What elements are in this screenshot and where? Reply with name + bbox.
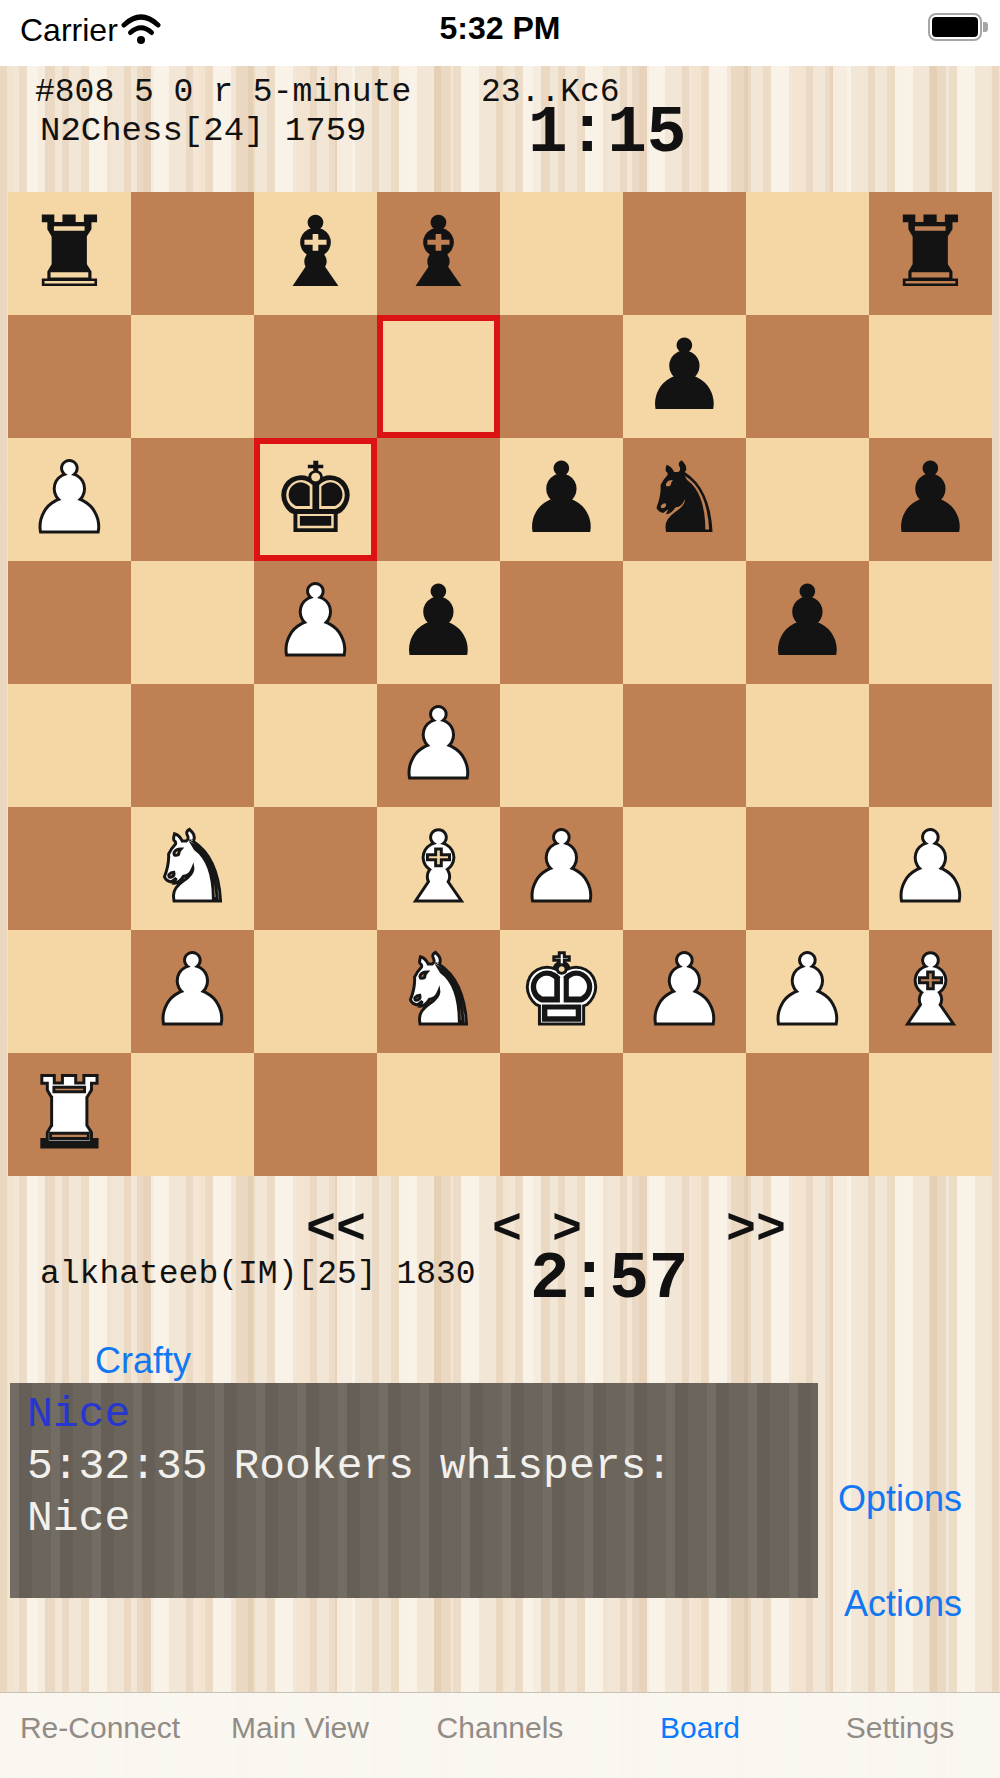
- square-g3[interactable]: [746, 807, 869, 930]
- square-e3[interactable]: ♟: [500, 807, 623, 930]
- white-bishop-d3: ♝: [377, 807, 500, 927]
- battery-fill: [932, 17, 978, 37]
- square-h3[interactable]: ♟: [869, 807, 992, 930]
- white-pawn-f2: ♟: [623, 930, 746, 1050]
- square-b5[interactable]: [131, 561, 254, 684]
- square-g8[interactable]: [746, 192, 869, 315]
- square-a5[interactable]: [8, 561, 131, 684]
- square-d7[interactable]: [377, 315, 500, 438]
- square-g5[interactable]: ♟: [746, 561, 869, 684]
- square-f4[interactable]: [623, 684, 746, 807]
- options-link[interactable]: Options: [740, 1478, 962, 1520]
- square-d1[interactable]: [377, 1053, 500, 1176]
- square-b8[interactable]: [131, 192, 254, 315]
- square-f7[interactable]: ♟: [623, 315, 746, 438]
- engine-link[interactable]: Crafty: [95, 1340, 191, 1382]
- square-e4[interactable]: [500, 684, 623, 807]
- square-c8[interactable]: ♝: [254, 192, 377, 315]
- square-c5[interactable]: ♟: [254, 561, 377, 684]
- square-f3[interactable]: [623, 807, 746, 930]
- square-c6[interactable]: ♚: [254, 438, 377, 561]
- square-g1[interactable]: [746, 1053, 869, 1176]
- white-bishop-h2: ♝: [869, 930, 992, 1050]
- square-b6[interactable]: [131, 438, 254, 561]
- white-pawn-e3: ♟: [500, 807, 623, 927]
- square-h2[interactable]: ♝: [869, 930, 992, 1053]
- tab-main-view[interactable]: Main View: [200, 1693, 400, 1778]
- black-pawn-e6: ♟: [500, 438, 623, 558]
- tab-channels[interactable]: Channels: [400, 1693, 600, 1778]
- square-c4[interactable]: [254, 684, 377, 807]
- black-rook-h8: ♜: [869, 192, 992, 312]
- square-b7[interactable]: [131, 315, 254, 438]
- console-line-2: 5:32:35 Rookers whispers:: [27, 1441, 818, 1493]
- white-king-e2: ♚: [500, 930, 623, 1050]
- square-a2[interactable]: [8, 930, 131, 1053]
- carrier-label: Carrier: [20, 12, 118, 49]
- black-bishop-d8: ♝: [377, 192, 500, 312]
- square-a6[interactable]: ♟: [8, 438, 131, 561]
- square-h8[interactable]: ♜: [869, 192, 992, 315]
- square-f1[interactable]: [623, 1053, 746, 1176]
- square-e1[interactable]: [500, 1053, 623, 1176]
- player-name-rating: alkhateeb(IM)[25] 1830: [40, 1256, 476, 1293]
- square-g4[interactable]: [746, 684, 869, 807]
- square-d3[interactable]: ♝: [377, 807, 500, 930]
- square-b2[interactable]: ♟: [131, 930, 254, 1053]
- square-a1[interactable]: ♜: [8, 1053, 131, 1176]
- wifi-icon: [120, 13, 162, 45]
- square-h5[interactable]: [869, 561, 992, 684]
- square-c7[interactable]: [254, 315, 377, 438]
- nav-first-button[interactable]: <<: [306, 1202, 366, 1258]
- square-h7[interactable]: [869, 315, 992, 438]
- white-pawn-g2: ♟: [746, 930, 869, 1050]
- square-f5[interactable]: [623, 561, 746, 684]
- square-d2[interactable]: ♞: [377, 930, 500, 1053]
- status-bar: 5:32 PM Carrier: [0, 0, 1000, 66]
- black-pawn-d5: ♟: [377, 561, 500, 681]
- square-b4[interactable]: [131, 684, 254, 807]
- nav-last-button[interactable]: >>: [726, 1202, 786, 1258]
- square-h4[interactable]: [869, 684, 992, 807]
- black-pawn-f7: ♟: [623, 315, 746, 435]
- square-h1[interactable]: [869, 1053, 992, 1176]
- battery-icon: [928, 13, 982, 41]
- square-c3[interactable]: [254, 807, 377, 930]
- console-line-3: Nice: [27, 1493, 818, 1545]
- player-clock: 2:57: [530, 1242, 688, 1317]
- opponent-name-rating: N2Chess[24] 1759: [40, 112, 366, 150]
- white-knight-d2: ♞: [377, 930, 500, 1050]
- square-e8[interactable]: [500, 192, 623, 315]
- square-c2[interactable]: [254, 930, 377, 1053]
- square-b3[interactable]: ♞: [131, 807, 254, 930]
- square-a8[interactable]: ♜: [8, 192, 131, 315]
- white-pawn-b2: ♟: [131, 930, 254, 1050]
- square-g6[interactable]: [746, 438, 869, 561]
- square-d6[interactable]: [377, 438, 500, 561]
- actions-link[interactable]: Actions: [740, 1583, 962, 1625]
- square-g7[interactable]: [746, 315, 869, 438]
- black-pawn-h6: ♟: [869, 438, 992, 558]
- tab-settings[interactable]: Settings: [800, 1693, 1000, 1778]
- white-pawn-a6: ♟: [8, 438, 131, 558]
- square-a7[interactable]: [8, 315, 131, 438]
- console-line-1: Nice: [27, 1389, 818, 1441]
- square-e5[interactable]: [500, 561, 623, 684]
- square-e7[interactable]: [500, 315, 623, 438]
- square-c1[interactable]: [254, 1053, 377, 1176]
- white-rook-a1: ♜: [8, 1053, 131, 1173]
- black-pawn-g5: ♟: [746, 561, 869, 681]
- console-log[interactable]: Nice5:32:35 Rookers whispers:Nice: [10, 1383, 818, 1598]
- square-e6[interactable]: ♟: [500, 438, 623, 561]
- chess-board[interactable]: ♜♝♝♜♟♟♚♟♞♟♟♟♟♟♞♝♟♟♟♞♚♟♟♝♜: [8, 192, 992, 1176]
- square-f6[interactable]: ♞: [623, 438, 746, 561]
- square-f2[interactable]: ♟: [623, 930, 746, 1053]
- opponent-clock: 1:15: [528, 96, 686, 171]
- tab-re-connect[interactable]: Re-Connect: [0, 1693, 200, 1778]
- white-pawn-d4: ♟: [377, 684, 500, 804]
- square-g2[interactable]: ♟: [746, 930, 869, 1053]
- square-d4[interactable]: ♟: [377, 684, 500, 807]
- white-pawn-c5: ♟: [254, 561, 377, 681]
- square-d8[interactable]: ♝: [377, 192, 500, 315]
- black-rook-a8: ♜: [8, 192, 131, 312]
- game-info: #808 5 0 r 5-minute: [35, 74, 411, 111]
- tab-board[interactable]: Board: [600, 1693, 800, 1778]
- black-bishop-c8: ♝: [254, 192, 377, 312]
- tab-bar: Re-ConnectMain ViewChannelsBoardSettings: [0, 1692, 1000, 1778]
- square-h6[interactable]: ♟: [869, 438, 992, 561]
- white-knight-b3: ♞: [131, 807, 254, 927]
- square-e2[interactable]: ♚: [500, 930, 623, 1053]
- white-pawn-h3: ♟: [869, 807, 992, 927]
- square-a3[interactable]: [8, 807, 131, 930]
- square-f8[interactable]: [623, 192, 746, 315]
- square-d5[interactable]: ♟: [377, 561, 500, 684]
- square-a4[interactable]: [8, 684, 131, 807]
- black-knight-f6: ♞: [623, 438, 746, 558]
- black-king-c6: ♚: [254, 438, 377, 558]
- battery-nub: [983, 22, 988, 32]
- square-b1[interactable]: [131, 1053, 254, 1176]
- app-screen: 5:32 PM Carrier #808 5 0 r 5-minute 23..…: [0, 0, 1000, 1778]
